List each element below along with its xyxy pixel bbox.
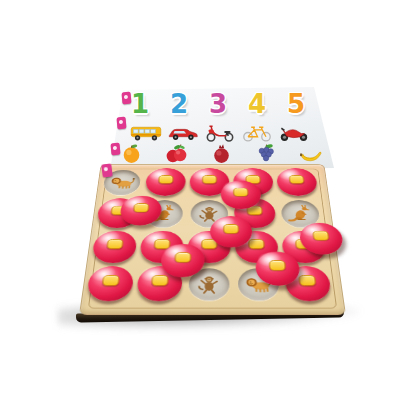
loose-knobs-layer [80,165,345,315]
board-wrap [79,95,346,315]
loose-knob[interactable] [299,223,345,255]
memory-board [79,164,346,315]
scene: 12345 [0,0,416,416]
loose-knob[interactable] [160,244,204,277]
loose-knob[interactable] [210,216,253,247]
loose-knob[interactable] [255,252,301,286]
loose-knob[interactable] [119,196,162,226]
board-tab-icon [101,163,113,177]
loose-knob[interactable] [221,181,262,210]
